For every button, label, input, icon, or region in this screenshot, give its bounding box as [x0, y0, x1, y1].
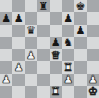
square-a3[interactable]	[0, 61, 12, 73]
square-e7[interactable]	[50, 12, 62, 24]
square-a5[interactable]	[0, 37, 12, 49]
square-c6[interactable]: ♛	[25, 25, 37, 37]
square-c2[interactable]	[25, 74, 37, 86]
square-g7[interactable]	[74, 12, 86, 24]
square-g2[interactable]	[74, 74, 86, 86]
square-c7[interactable]	[25, 12, 37, 24]
square-d2[interactable]	[37, 74, 49, 86]
piece-black-queen: ♛	[26, 25, 36, 36]
square-e4[interactable]: ♛	[50, 49, 62, 61]
square-f3[interactable]: ♜	[62, 61, 74, 73]
square-e1[interactable]: ♜	[50, 86, 62, 98]
square-h8[interactable]	[87, 0, 99, 12]
square-h7[interactable]	[87, 12, 99, 24]
square-c1[interactable]	[25, 86, 37, 98]
square-f2[interactable]: ♟	[62, 74, 74, 86]
square-d1[interactable]	[37, 86, 49, 98]
square-b4[interactable]	[12, 49, 24, 61]
square-e3[interactable]	[50, 61, 62, 73]
square-f5[interactable]: ♞	[62, 37, 74, 49]
square-a1[interactable]	[0, 86, 12, 98]
piece-black-pawn: ♟	[76, 25, 86, 36]
square-d8[interactable]: ♜	[37, 0, 49, 12]
square-c3[interactable]	[25, 61, 37, 73]
square-g3[interactable]	[74, 61, 86, 73]
piece-white-rook: ♜	[63, 62, 73, 73]
square-e8[interactable]	[50, 0, 62, 12]
square-g8[interactable]: ♚	[74, 0, 86, 12]
piece-black-pawn: ♟	[1, 13, 11, 24]
square-f7[interactable]: ♟	[62, 12, 74, 24]
piece-black-pawn: ♟	[51, 37, 61, 48]
square-h2[interactable]: ♟	[87, 74, 99, 86]
square-h6[interactable]	[87, 25, 99, 37]
square-g1[interactable]	[74, 86, 86, 98]
square-f1[interactable]	[62, 86, 74, 98]
square-e2[interactable]	[50, 74, 62, 86]
piece-black-pawn: ♟	[63, 13, 73, 24]
square-g6[interactable]: ♟	[74, 25, 86, 37]
piece-black-rook: ♜	[38, 1, 48, 12]
chess-board: ♜♚♟♟♟♛♟♟♞♟♛♟♜♟♟♟♜♚	[0, 0, 99, 98]
square-c8[interactable]	[25, 0, 37, 12]
chess-board-container: ♜♚♟♟♟♛♟♟♞♟♛♟♜♟♟♟♜♚	[0, 0, 99, 98]
piece-white-king: ♚	[88, 86, 98, 97]
square-d5[interactable]	[37, 37, 49, 49]
piece-white-pawn: ♟	[14, 62, 24, 73]
square-d3[interactable]	[37, 61, 49, 73]
piece-white-rook: ♜	[51, 86, 61, 97]
square-g5[interactable]	[74, 37, 86, 49]
square-b3[interactable]: ♟	[12, 61, 24, 73]
square-a2[interactable]: ♟	[0, 74, 12, 86]
square-b2[interactable]	[12, 74, 24, 86]
square-b1[interactable]	[12, 86, 24, 98]
square-a8[interactable]	[0, 0, 12, 12]
piece-white-queen: ♛	[51, 50, 61, 61]
square-g4[interactable]	[74, 49, 86, 61]
piece-white-pawn: ♟	[1, 74, 11, 85]
square-e6[interactable]	[50, 25, 62, 37]
square-a7[interactable]: ♟	[0, 12, 12, 24]
square-b7[interactable]: ♟	[12, 12, 24, 24]
square-h4[interactable]	[87, 49, 99, 61]
square-f6[interactable]	[62, 25, 74, 37]
square-f4[interactable]	[62, 49, 74, 61]
square-e5[interactable]: ♟	[50, 37, 62, 49]
piece-white-pawn: ♟	[88, 74, 98, 85]
piece-black-knight: ♞	[63, 37, 73, 48]
square-h1[interactable]: ♚	[87, 86, 99, 98]
square-b6[interactable]	[12, 25, 24, 37]
square-d7[interactable]	[37, 12, 49, 24]
square-c4[interactable]: ♟	[25, 49, 37, 61]
square-c5[interactable]	[25, 37, 37, 49]
piece-white-pawn: ♟	[26, 50, 36, 61]
square-h3[interactable]	[87, 61, 99, 73]
square-h5[interactable]	[87, 37, 99, 49]
square-b5[interactable]	[12, 37, 24, 49]
piece-black-pawn: ♟	[14, 13, 24, 24]
square-a6[interactable]	[0, 25, 12, 37]
square-f8[interactable]	[62, 0, 74, 12]
piece-black-king: ♚	[76, 1, 86, 12]
square-b8[interactable]	[12, 0, 24, 12]
square-a4[interactable]	[0, 49, 12, 61]
square-d6[interactable]	[37, 25, 49, 37]
square-d4[interactable]	[37, 49, 49, 61]
piece-white-pawn: ♟	[63, 74, 73, 85]
